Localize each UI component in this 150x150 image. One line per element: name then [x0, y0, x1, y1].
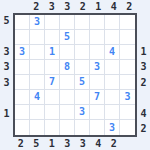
board-cell-r3c2[interactable] — [30, 45, 45, 60]
board-cell-r2c1[interactable] — [15, 30, 30, 45]
board-cell-r8c6[interactable] — [90, 120, 105, 135]
board-cell-r8c2[interactable] — [30, 120, 45, 135]
board-cell-r7c1[interactable] — [15, 105, 30, 120]
clue-top-4: 3 — [60, 0, 76, 13]
board-cell-r8c3[interactable] — [45, 120, 60, 135]
board-cell-r1c6[interactable] — [90, 15, 105, 30]
clue-top-6: 1 — [91, 0, 107, 13]
board-cell-r6c4[interactable] — [60, 90, 75, 105]
clue-bottom-8 — [122, 137, 138, 150]
board-cell-r8c8[interactable] — [120, 120, 135, 135]
clue-right-1 — [137, 13, 150, 29]
board-cell-r2c5[interactable] — [75, 30, 90, 45]
board-cell-r3c3[interactable]: 1 — [45, 45, 60, 60]
board-cell-r4c1[interactable] — [15, 60, 30, 75]
board-cell-r8c4[interactable] — [60, 120, 75, 135]
clue-left-2 — [0, 29, 13, 45]
board-cell-r5c4[interactable] — [60, 75, 75, 90]
board-cell-r3c6[interactable] — [90, 45, 105, 60]
clue-left-8 — [0, 122, 13, 138]
clue-top-7: 4 — [106, 0, 122, 13]
board-cell-r1c4[interactable] — [60, 15, 75, 30]
board-cell-r2c3[interactable] — [45, 30, 60, 45]
board-cell-r6c3[interactable] — [45, 90, 60, 105]
board-cell-r6c1[interactable] — [15, 90, 30, 105]
entry-value: 7 — [49, 77, 55, 87]
board-cell-r4c4[interactable]: 8 — [60, 60, 75, 75]
board-cell-r6c7[interactable] — [105, 90, 120, 105]
board-cell-r4c5[interactable] — [75, 60, 90, 75]
board-cell-r2c6[interactable] — [90, 30, 105, 45]
board-cell-r5c1[interactable] — [15, 75, 30, 90]
clue-left-3: 3 — [0, 44, 13, 60]
board-cell-r4c3[interactable] — [45, 60, 60, 75]
board-cell-r4c8[interactable] — [120, 60, 135, 75]
clue-top-8: 2 — [122, 0, 138, 13]
entry-value: 5 — [64, 32, 70, 42]
clue-right-6 — [137, 91, 150, 107]
entry-value: 3 — [19, 47, 25, 57]
board-cell-r3c8[interactable] — [120, 45, 135, 60]
clue-right-4: 3 — [137, 60, 150, 76]
entry-value: 3 — [79, 107, 85, 117]
clue-bottom-2: 5 — [29, 137, 45, 150]
entry-value: 5 — [79, 77, 85, 87]
board-cell-r7c7[interactable] — [105, 105, 120, 120]
clue-bottom-4: 3 — [60, 137, 76, 150]
board-cell-r2c7[interactable] — [105, 30, 120, 45]
puzzle-board: 35314837547333 — [13, 13, 137, 137]
board-cell-r6c6[interactable]: 7 — [90, 90, 105, 105]
clue-bottom-5: 3 — [75, 137, 91, 150]
clue-top-2: 2 — [29, 0, 45, 13]
board-cell-r6c2[interactable]: 4 — [30, 90, 45, 105]
board-cell-r8c1[interactable] — [15, 120, 30, 135]
clue-right-7: 4 — [137, 106, 150, 122]
entry-value: 3 — [124, 92, 130, 102]
board-cell-r3c1[interactable]: 3 — [15, 45, 30, 60]
clue-right-8: 2 — [137, 122, 150, 138]
board-cell-r5c5[interactable]: 5 — [75, 75, 90, 90]
board-cell-r8c5[interactable] — [75, 120, 90, 135]
board-cell-r8c7[interactable]: 3 — [105, 120, 120, 135]
entry-value: 4 — [109, 47, 115, 57]
clue-bottom-1: 2 — [13, 137, 29, 150]
clue-left-7: 1 — [0, 106, 13, 122]
board-cell-r2c8[interactable] — [120, 30, 135, 45]
clue-right-2 — [137, 29, 150, 45]
board-cell-r5c3[interactable]: 7 — [45, 75, 60, 90]
entry-value: 1 — [49, 47, 55, 57]
board-cell-r7c5[interactable]: 3 — [75, 105, 90, 120]
board-cell-r1c3[interactable] — [45, 15, 60, 30]
board-cell-r1c2[interactable]: 3 — [30, 15, 45, 30]
clue-right-3: 1 — [137, 44, 150, 60]
board-cell-r5c7[interactable] — [105, 75, 120, 90]
board-cell-r4c6[interactable]: 3 — [90, 60, 105, 75]
clue-right-5: 2 — [137, 75, 150, 91]
board-cell-r7c4[interactable] — [60, 105, 75, 120]
board-cell-r1c7[interactable] — [105, 15, 120, 30]
board-cell-r4c7[interactable] — [105, 60, 120, 75]
board-cell-r1c5[interactable] — [75, 15, 90, 30]
clue-bottom-7: 2 — [106, 137, 122, 150]
board-cell-r7c3[interactable] — [45, 105, 60, 120]
skyscrapers-puzzle: 35314837547333 252531313333233214421422 — [0, 0, 150, 150]
clue-top-5: 2 — [75, 0, 91, 13]
clue-bottom-3: 1 — [44, 137, 60, 150]
board-cell-r6c5[interactable] — [75, 90, 90, 105]
clue-left-1: 5 — [0, 13, 13, 29]
clue-left-5: 3 — [0, 75, 13, 91]
entry-value: 7 — [94, 92, 100, 102]
entry-value: 3 — [109, 123, 115, 133]
entry-value: 8 — [64, 62, 70, 72]
board-cell-r5c2[interactable] — [30, 75, 45, 90]
board-cell-r3c4[interactable] — [60, 45, 75, 60]
board-cell-r5c8[interactable] — [120, 75, 135, 90]
board-cell-r1c8[interactable] — [120, 15, 135, 30]
clue-top-1 — [13, 0, 29, 13]
board-cell-r5c6[interactable] — [90, 75, 105, 90]
board-cell-r1c1[interactable] — [15, 15, 30, 30]
board-cell-r7c6[interactable] — [90, 105, 105, 120]
board-cell-r3c7[interactable]: 4 — [105, 45, 120, 60]
clue-left-4: 3 — [0, 60, 13, 76]
clue-left-6 — [0, 91, 13, 107]
entry-value: 4 — [34, 92, 40, 102]
board-cell-r7c2[interactable] — [30, 105, 45, 120]
board-cell-r2c4[interactable]: 5 — [60, 30, 75, 45]
clue-top-3: 3 — [44, 0, 60, 13]
board-cell-r6c8[interactable]: 3 — [120, 90, 135, 105]
board-cell-r3c5[interactable] — [75, 45, 90, 60]
entry-value: 3 — [94, 62, 100, 72]
board-cell-r7c8[interactable] — [120, 105, 135, 120]
board-cell-r4c2[interactable] — [30, 60, 45, 75]
clue-bottom-6: 4 — [91, 137, 107, 150]
entry-value: 3 — [34, 17, 40, 27]
board-cell-r2c2[interactable] — [30, 30, 45, 45]
